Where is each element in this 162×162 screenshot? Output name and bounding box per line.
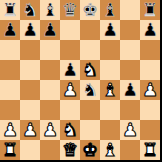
square-f1[interactable]: ♝	[100, 140, 120, 160]
white-rook[interactable]: ♜	[142, 140, 158, 160]
square-b2[interactable]: ♟	[20, 120, 40, 140]
white-bishop[interactable]: ♝	[102, 140, 118, 160]
square-d5[interactable]: ♟	[60, 60, 80, 80]
square-f8[interactable]: ♝	[100, 0, 120, 20]
black-rook[interactable]: ♜	[142, 0, 158, 20]
square-d7[interactable]	[60, 20, 80, 40]
square-e5[interactable]: ♞	[80, 60, 100, 80]
square-a6[interactable]	[0, 40, 20, 60]
square-g3[interactable]	[120, 100, 140, 120]
square-b6[interactable]	[20, 40, 40, 60]
square-b4[interactable]	[20, 80, 40, 100]
black-pawn[interactable]: ♟	[142, 20, 158, 40]
square-f4[interactable]: ♝	[100, 80, 120, 100]
square-d4[interactable]: ♟	[60, 80, 80, 100]
square-e1[interactable]: ♚	[80, 140, 100, 160]
square-b1[interactable]	[20, 140, 40, 160]
black-bishop[interactable]: ♝	[42, 0, 58, 20]
white-rook[interactable]: ♜	[2, 140, 18, 160]
square-a8[interactable]: ♜	[0, 0, 20, 20]
square-h2[interactable]	[140, 120, 160, 140]
square-g6[interactable]	[120, 40, 140, 60]
white-king[interactable]: ♚	[82, 140, 98, 160]
square-e8[interactable]: ♚	[80, 0, 100, 20]
white-bishop[interactable]: ♝	[102, 80, 118, 100]
square-a4[interactable]	[0, 80, 20, 100]
square-e6[interactable]	[80, 40, 100, 60]
square-f6[interactable]	[100, 40, 120, 60]
square-c6[interactable]	[40, 40, 60, 60]
square-h4[interactable]: ♟	[140, 80, 160, 100]
square-g1[interactable]	[120, 140, 140, 160]
square-d3[interactable]	[60, 100, 80, 120]
black-king[interactable]: ♚	[82, 0, 98, 20]
square-f2[interactable]	[100, 120, 120, 140]
black-pawn[interactable]: ♟	[62, 60, 78, 80]
square-g8[interactable]	[120, 0, 140, 20]
black-pawn[interactable]: ♟	[2, 20, 18, 40]
square-c8[interactable]: ♝	[40, 0, 60, 20]
white-pawn[interactable]: ♟	[2, 120, 18, 140]
square-b3[interactable]	[20, 100, 40, 120]
white-knight[interactable]: ♞	[82, 60, 98, 80]
square-e3[interactable]	[80, 100, 100, 120]
square-h8[interactable]: ♜	[140, 0, 160, 20]
square-h6[interactable]	[140, 40, 160, 60]
chess-board: ♜♞♝♛♚♝♜♟♟♟♟♟♟♞♟♞♝♟♟♟♟♟♞♟♜♛♚♝♜	[0, 0, 162, 162]
square-g5[interactable]	[120, 60, 140, 80]
square-c1[interactable]	[40, 140, 60, 160]
black-pawn[interactable]: ♟	[122, 80, 138, 100]
black-knight[interactable]: ♞	[82, 80, 98, 100]
black-pawn[interactable]: ♟	[42, 20, 58, 40]
square-b8[interactable]: ♞	[20, 0, 40, 20]
white-pawn[interactable]: ♟	[142, 80, 158, 100]
square-h3[interactable]	[140, 100, 160, 120]
square-f5[interactable]	[100, 60, 120, 80]
square-b7[interactable]: ♟	[20, 20, 40, 40]
black-pawn[interactable]: ♟	[22, 20, 38, 40]
square-c7[interactable]: ♟	[40, 20, 60, 40]
square-a2[interactable]: ♟	[0, 120, 20, 140]
square-c3[interactable]	[40, 100, 60, 120]
black-knight[interactable]: ♞	[22, 0, 38, 20]
square-a3[interactable]	[0, 100, 20, 120]
square-f3[interactable]	[100, 100, 120, 120]
square-c2[interactable]: ♟	[40, 120, 60, 140]
square-g4[interactable]: ♟	[120, 80, 140, 100]
square-g2[interactable]: ♟	[120, 120, 140, 140]
square-a1[interactable]: ♜	[0, 140, 20, 160]
white-knight[interactable]: ♞	[62, 120, 78, 140]
square-a7[interactable]: ♟	[0, 20, 20, 40]
square-d8[interactable]: ♛	[60, 0, 80, 20]
white-pawn[interactable]: ♟	[122, 120, 138, 140]
black-queen[interactable]: ♛	[62, 0, 78, 20]
square-h1[interactable]: ♜	[140, 140, 160, 160]
square-g7[interactable]	[120, 20, 140, 40]
square-h7[interactable]: ♟	[140, 20, 160, 40]
square-d6[interactable]	[60, 40, 80, 60]
white-pawn[interactable]: ♟	[42, 120, 58, 140]
black-pawn[interactable]: ♟	[102, 20, 118, 40]
square-e4[interactable]: ♞	[80, 80, 100, 100]
square-b5[interactable]	[20, 60, 40, 80]
square-a5[interactable]	[0, 60, 20, 80]
black-rook[interactable]: ♜	[2, 0, 18, 20]
square-d1[interactable]: ♛	[60, 140, 80, 160]
square-d2[interactable]: ♞	[60, 120, 80, 140]
square-c5[interactable]	[40, 60, 60, 80]
square-e2[interactable]	[80, 120, 100, 140]
white-pawn[interactable]: ♟	[22, 120, 38, 140]
square-c4[interactable]	[40, 80, 60, 100]
square-e7[interactable]	[80, 20, 100, 40]
chess-board-wrap: ♜♞♝♛♚♝♜♟♟♟♟♟♟♞♟♞♝♟♟♟♟♟♞♟♜♛♚♝♜	[0, 0, 162, 162]
square-h5[interactable]	[140, 60, 160, 80]
square-f7[interactable]: ♟	[100, 20, 120, 40]
black-bishop[interactable]: ♝	[102, 0, 118, 20]
white-queen[interactable]: ♛	[62, 140, 78, 160]
white-pawn[interactable]: ♟	[62, 80, 78, 100]
